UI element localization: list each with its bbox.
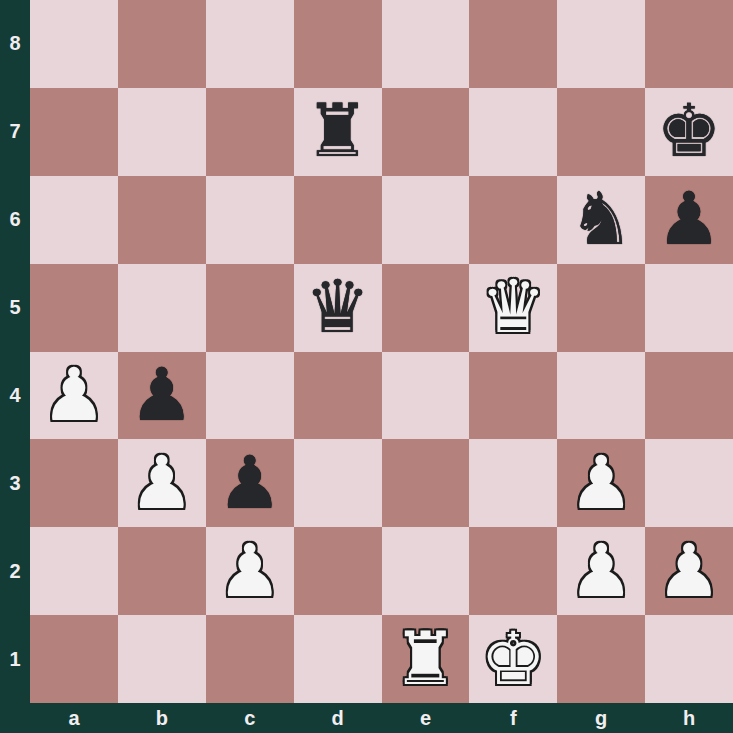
- square-g2[interactable]: ♟: [557, 527, 645, 615]
- white-pawn: ♟: [129, 446, 194, 519]
- black-pawn: ♟: [129, 358, 194, 431]
- file-label-b: b: [118, 703, 206, 733]
- square-b4[interactable]: ♟: [118, 352, 206, 440]
- square-b1[interactable]: [118, 615, 206, 703]
- white-rook: ♜: [393, 622, 458, 695]
- square-e7[interactable]: [382, 88, 470, 176]
- square-c6[interactable]: [206, 176, 294, 264]
- square-a7[interactable]: [30, 88, 118, 176]
- rank-label-7: 7: [0, 88, 30, 176]
- square-c4[interactable]: [206, 352, 294, 440]
- black-rook: ♜: [305, 94, 370, 167]
- square-h4[interactable]: [645, 352, 733, 440]
- file-label-c: c: [206, 703, 294, 733]
- square-h8[interactable]: [645, 0, 733, 88]
- square-f5[interactable]: ♛: [469, 264, 557, 352]
- square-e3[interactable]: [382, 439, 470, 527]
- square-c7[interactable]: [206, 88, 294, 176]
- file-label-a: a: [30, 703, 118, 733]
- white-pawn: ♟: [41, 358, 106, 431]
- white-pawn: ♟: [568, 446, 633, 519]
- square-e8[interactable]: [382, 0, 470, 88]
- square-d2[interactable]: [294, 527, 382, 615]
- square-e2[interactable]: [382, 527, 470, 615]
- square-f3[interactable]: [469, 439, 557, 527]
- chess-board-frame: 87654321 ♜♚♞♟♛♛♟♟♟♟♟♟♟♟♜♚ abcdefgh: [0, 0, 733, 733]
- file-label-d: d: [294, 703, 382, 733]
- square-e5[interactable]: [382, 264, 470, 352]
- black-pawn: ♟: [656, 182, 721, 255]
- square-g8[interactable]: [557, 0, 645, 88]
- rank-label-1: 1: [0, 615, 30, 703]
- square-c8[interactable]: [206, 0, 294, 88]
- chess-board: ♜♚♞♟♛♛♟♟♟♟♟♟♟♟♜♚: [30, 0, 733, 703]
- file-label-e: e: [382, 703, 470, 733]
- square-g1[interactable]: [557, 615, 645, 703]
- square-h7[interactable]: ♚: [645, 88, 733, 176]
- square-d8[interactable]: [294, 0, 382, 88]
- square-e4[interactable]: [382, 352, 470, 440]
- square-b3[interactable]: ♟: [118, 439, 206, 527]
- square-g4[interactable]: [557, 352, 645, 440]
- square-f2[interactable]: [469, 527, 557, 615]
- square-g7[interactable]: [557, 88, 645, 176]
- square-f4[interactable]: [469, 352, 557, 440]
- square-b5[interactable]: [118, 264, 206, 352]
- square-b2[interactable]: [118, 527, 206, 615]
- square-a8[interactable]: [30, 0, 118, 88]
- square-g6[interactable]: ♞: [557, 176, 645, 264]
- file-label-f: f: [469, 703, 557, 733]
- square-a2[interactable]: [30, 527, 118, 615]
- square-a5[interactable]: [30, 264, 118, 352]
- square-d4[interactable]: [294, 352, 382, 440]
- square-f6[interactable]: [469, 176, 557, 264]
- square-h3[interactable]: [645, 439, 733, 527]
- square-d3[interactable]: [294, 439, 382, 527]
- square-d1[interactable]: [294, 615, 382, 703]
- rank-label-8: 8: [0, 0, 30, 88]
- file-label-h: h: [645, 703, 733, 733]
- white-queen: ♛: [481, 270, 546, 343]
- square-a6[interactable]: [30, 176, 118, 264]
- square-b8[interactable]: [118, 0, 206, 88]
- rank-label-5: 5: [0, 264, 30, 352]
- white-pawn: ♟: [568, 534, 633, 607]
- black-pawn: ♟: [217, 446, 282, 519]
- black-king: ♚: [656, 94, 721, 167]
- file-label-g: g: [557, 703, 645, 733]
- white-pawn: ♟: [656, 534, 721, 607]
- rank-label-2: 2: [0, 527, 30, 615]
- square-d6[interactable]: [294, 176, 382, 264]
- square-a4[interactable]: ♟: [30, 352, 118, 440]
- rank-label-3: 3: [0, 439, 30, 527]
- square-a3[interactable]: [30, 439, 118, 527]
- square-h5[interactable]: [645, 264, 733, 352]
- rank-label-6: 6: [0, 176, 30, 264]
- white-king: ♚: [481, 622, 546, 695]
- square-a1[interactable]: [30, 615, 118, 703]
- square-b6[interactable]: [118, 176, 206, 264]
- square-f7[interactable]: [469, 88, 557, 176]
- square-g3[interactable]: ♟: [557, 439, 645, 527]
- square-e6[interactable]: [382, 176, 470, 264]
- square-b7[interactable]: [118, 88, 206, 176]
- square-h2[interactable]: ♟: [645, 527, 733, 615]
- rank-labels: 87654321: [0, 0, 30, 703]
- square-c5[interactable]: [206, 264, 294, 352]
- square-d5[interactable]: ♛: [294, 264, 382, 352]
- square-c2[interactable]: ♟: [206, 527, 294, 615]
- black-knight: ♞: [568, 182, 633, 255]
- square-f1[interactable]: ♚: [469, 615, 557, 703]
- square-d7[interactable]: ♜: [294, 88, 382, 176]
- square-c3[interactable]: ♟: [206, 439, 294, 527]
- square-h1[interactable]: [645, 615, 733, 703]
- square-e1[interactable]: ♜: [382, 615, 470, 703]
- square-f8[interactable]: [469, 0, 557, 88]
- square-c1[interactable]: [206, 615, 294, 703]
- rank-label-4: 4: [0, 352, 30, 440]
- white-pawn: ♟: [217, 534, 282, 607]
- square-h6[interactable]: ♟: [645, 176, 733, 264]
- file-labels: abcdefgh: [30, 703, 733, 733]
- square-g5[interactable]: [557, 264, 645, 352]
- black-queen: ♛: [305, 270, 370, 343]
